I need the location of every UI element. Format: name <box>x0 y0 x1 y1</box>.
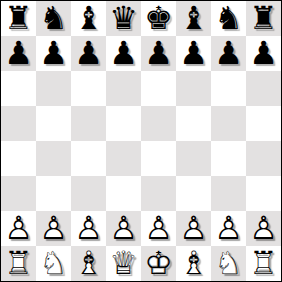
square-f8[interactable]: ♝ <box>176 1 211 36</box>
square-a7[interactable]: ♟ <box>1 36 36 71</box>
piece-white-pawn[interactable]: ♟♙ <box>36 211 71 246</box>
square-e6[interactable] <box>141 71 176 106</box>
piece-black-pawn[interactable]: ♟ <box>106 36 141 71</box>
piece-glyph-outline: ♖ <box>1 246 36 281</box>
square-b4[interactable] <box>36 141 71 176</box>
square-a4[interactable] <box>1 141 36 176</box>
square-e7[interactable]: ♟ <box>141 36 176 71</box>
square-f5[interactable] <box>176 106 211 141</box>
square-c1[interactable]: ♝♗ <box>71 246 106 281</box>
piece-black-pawn[interactable]: ♟ <box>71 36 106 71</box>
square-e4[interactable] <box>141 141 176 176</box>
square-b7[interactable]: ♟ <box>36 36 71 71</box>
piece-black-pawn[interactable]: ♟ <box>1 36 36 71</box>
square-e2[interactable]: ♟♙ <box>141 211 176 246</box>
piece-white-knight[interactable]: ♞♘ <box>211 246 246 281</box>
square-h3[interactable] <box>246 176 281 211</box>
piece-glyph-outline: ♙ <box>36 211 71 246</box>
square-h8[interactable]: ♜ <box>246 1 281 36</box>
piece-glyph-outline: ♙ <box>211 211 246 246</box>
piece-black-pawn[interactable]: ♟ <box>246 36 281 71</box>
chess-board: ♜♞♝♛♚♝♞♜♟♟♟♟♟♟♟♟♟♙♟♙♟♙♟♙♟♙♟♙♟♙♟♙♜♖♞♘♝♗♛♕… <box>0 0 282 282</box>
piece-white-rook[interactable]: ♜♖ <box>246 246 281 281</box>
piece-glyph-outline: ♗ <box>176 246 211 281</box>
square-d7[interactable]: ♟ <box>106 36 141 71</box>
piece-white-pawn[interactable]: ♟♙ <box>211 211 246 246</box>
piece-white-knight[interactable]: ♞♘ <box>36 246 71 281</box>
square-g2[interactable]: ♟♙ <box>211 211 246 246</box>
square-d8[interactable]: ♛ <box>106 1 141 36</box>
piece-black-knight[interactable]: ♞ <box>36 1 71 36</box>
piece-black-king[interactable]: ♚ <box>141 1 176 36</box>
square-g3[interactable] <box>211 176 246 211</box>
square-c6[interactable] <box>71 71 106 106</box>
square-f6[interactable] <box>176 71 211 106</box>
square-f1[interactable]: ♝♗ <box>176 246 211 281</box>
square-a2[interactable]: ♟♙ <box>1 211 36 246</box>
square-e3[interactable] <box>141 176 176 211</box>
square-b8[interactable]: ♞ <box>36 1 71 36</box>
piece-black-rook[interactable]: ♜ <box>1 1 36 36</box>
square-h2[interactable]: ♟♙ <box>246 211 281 246</box>
piece-glyph-outline: ♘ <box>36 246 71 281</box>
piece-black-pawn[interactable]: ♟ <box>141 36 176 71</box>
square-b1[interactable]: ♞♘ <box>36 246 71 281</box>
square-a6[interactable] <box>1 71 36 106</box>
piece-glyph-outline: ♙ <box>141 211 176 246</box>
piece-white-pawn[interactable]: ♟♙ <box>1 211 36 246</box>
square-d2[interactable]: ♟♙ <box>106 211 141 246</box>
square-d1[interactable]: ♛♕ <box>106 246 141 281</box>
square-g1[interactable]: ♞♘ <box>211 246 246 281</box>
piece-white-king[interactable]: ♚♔ <box>141 246 176 281</box>
square-f7[interactable]: ♟ <box>176 36 211 71</box>
square-h1[interactable]: ♜♖ <box>246 246 281 281</box>
piece-glyph-outline: ♖ <box>246 246 281 281</box>
piece-glyph-outline: ♔ <box>141 246 176 281</box>
square-h5[interactable] <box>246 106 281 141</box>
square-a8[interactable]: ♜ <box>1 1 36 36</box>
square-c7[interactable]: ♟ <box>71 36 106 71</box>
square-f4[interactable] <box>176 141 211 176</box>
square-b6[interactable] <box>36 71 71 106</box>
piece-white-pawn[interactable]: ♟♙ <box>71 211 106 246</box>
square-e8[interactable]: ♚ <box>141 1 176 36</box>
piece-glyph-outline: ♙ <box>176 211 211 246</box>
piece-white-bishop[interactable]: ♝♗ <box>71 246 106 281</box>
piece-black-pawn[interactable]: ♟ <box>176 36 211 71</box>
square-c4[interactable] <box>71 141 106 176</box>
piece-black-pawn[interactable]: ♟ <box>211 36 246 71</box>
square-a3[interactable] <box>1 176 36 211</box>
piece-black-rook[interactable]: ♜ <box>246 1 281 36</box>
piece-white-queen[interactable]: ♛♕ <box>106 246 141 281</box>
piece-white-pawn[interactable]: ♟♙ <box>141 211 176 246</box>
square-d3[interactable] <box>106 176 141 211</box>
piece-black-queen[interactable]: ♛ <box>106 1 141 36</box>
square-a5[interactable] <box>1 106 36 141</box>
piece-glyph-outline: ♙ <box>1 211 36 246</box>
square-c3[interactable] <box>71 176 106 211</box>
piece-black-bishop[interactable]: ♝ <box>71 1 106 36</box>
piece-glyph-outline: ♙ <box>71 211 106 246</box>
square-h7[interactable]: ♟ <box>246 36 281 71</box>
square-d4[interactable] <box>106 141 141 176</box>
square-g4[interactable] <box>211 141 246 176</box>
square-f2[interactable]: ♟♙ <box>176 211 211 246</box>
piece-glyph-outline: ♙ <box>246 211 281 246</box>
square-c2[interactable]: ♟♙ <box>71 211 106 246</box>
square-b3[interactable] <box>36 176 71 211</box>
piece-white-pawn[interactable]: ♟♙ <box>246 211 281 246</box>
piece-glyph-outline: ♙ <box>106 211 141 246</box>
square-d6[interactable] <box>106 71 141 106</box>
square-h4[interactable] <box>246 141 281 176</box>
piece-white-pawn[interactable]: ♟♙ <box>176 211 211 246</box>
square-f3[interactable] <box>176 176 211 211</box>
square-b2[interactable]: ♟♙ <box>36 211 71 246</box>
square-g6[interactable] <box>211 71 246 106</box>
piece-glyph-outline: ♕ <box>106 246 141 281</box>
piece-glyph-outline: ♗ <box>71 246 106 281</box>
square-b5[interactable] <box>36 106 71 141</box>
piece-glyph-outline: ♘ <box>211 246 246 281</box>
square-g7[interactable]: ♟ <box>211 36 246 71</box>
piece-black-pawn[interactable]: ♟ <box>36 36 71 71</box>
piece-white-rook[interactable]: ♜♖ <box>1 246 36 281</box>
piece-white-pawn[interactable]: ♟♙ <box>106 211 141 246</box>
square-e1[interactable]: ♚♔ <box>141 246 176 281</box>
piece-black-knight[interactable]: ♞ <box>211 1 246 36</box>
square-g8[interactable]: ♞ <box>211 1 246 36</box>
square-c5[interactable] <box>71 106 106 141</box>
square-a1[interactable]: ♜♖ <box>1 246 36 281</box>
piece-black-bishop[interactable]: ♝ <box>176 1 211 36</box>
square-c8[interactable]: ♝ <box>71 1 106 36</box>
square-h6[interactable] <box>246 71 281 106</box>
piece-white-bishop[interactable]: ♝♗ <box>176 246 211 281</box>
square-e5[interactable] <box>141 106 176 141</box>
square-d5[interactable] <box>106 106 141 141</box>
square-g5[interactable] <box>211 106 246 141</box>
